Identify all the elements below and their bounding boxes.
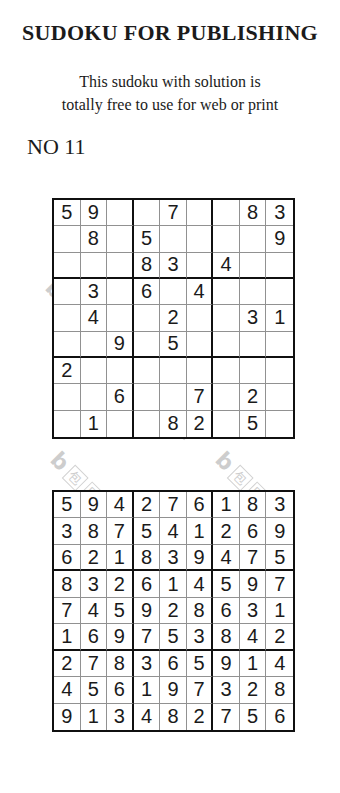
solution-cell-r4c1: 8 <box>54 571 81 597</box>
solution-cell-r8c2: 5 <box>81 677 108 703</box>
solution-cell-r3c3: 1 <box>107 545 134 571</box>
solution-cell-r8c6: 7 <box>187 677 214 703</box>
sudoku-page: SUDOKU FOR PUBLISHING This sudoku with s… <box>0 0 340 793</box>
puzzle-cell-r5c5: 2 <box>160 305 187 331</box>
puzzle-cell-r1c6 <box>187 200 214 226</box>
solution-cell-r6c1: 1 <box>54 624 81 650</box>
solution-cell-r1c1: 5 <box>54 492 81 518</box>
puzzle-cell-r3c2 <box>81 253 108 279</box>
puzzle-cell-r6c7 <box>213 332 240 358</box>
solution-cell-r2c2: 8 <box>81 518 108 544</box>
puzzle-cell-r8c7 <box>213 384 240 410</box>
solution-cell-r4c4: 6 <box>134 571 161 597</box>
solution-cell-r4c7: 5 <box>213 571 240 597</box>
puzzle-cell-r9c7 <box>213 411 240 437</box>
solution-cell-r3c1: 6 <box>54 545 81 571</box>
puzzle-cell-r1c7 <box>213 200 240 226</box>
puzzle-cell-r8c1 <box>54 384 81 410</box>
puzzle-cell-r5c6 <box>187 305 214 331</box>
solution-cell-r5c6: 8 <box>187 598 214 624</box>
puzzle-cell-r9c4 <box>134 411 161 437</box>
puzzle-cell-r1c4 <box>134 200 161 226</box>
solution-cell-r9c8: 5 <box>240 704 267 730</box>
puzzle-cell-r6c9 <box>266 332 293 358</box>
puzzle-cell-r6c5: 5 <box>160 332 187 358</box>
puzzle-cell-r9c1 <box>54 411 81 437</box>
puzzle-cell-r7c3 <box>107 358 134 384</box>
solution-cell-r6c5: 5 <box>160 624 187 650</box>
puzzle-cell-r2c3 <box>107 226 134 252</box>
solution-cell-r9c7: 7 <box>213 704 240 730</box>
puzzle-cell-r4c6: 4 <box>187 279 214 305</box>
solution-cell-r6c4: 7 <box>134 624 161 650</box>
solution-cell-r2c3: 7 <box>107 518 134 544</box>
puzzle-cell-r3c1 <box>54 253 81 279</box>
solution-cell-r7c5: 6 <box>160 651 187 677</box>
puzzle-cell-r2c8 <box>240 226 267 252</box>
solution-cell-r8c5: 9 <box>160 677 187 703</box>
subtitle-line-1: This sudoku with solution is <box>79 73 260 90</box>
puzzle-cell-r4c2: 3 <box>81 279 108 305</box>
puzzle-cell-r8c8: 2 <box>240 384 267 410</box>
solution-cell-r7c7: 9 <box>213 651 240 677</box>
solution-cell-r1c8: 8 <box>240 492 267 518</box>
puzzle-cell-r5c9: 1 <box>266 305 293 331</box>
puzzle-cell-r6c1 <box>54 332 81 358</box>
solution-cell-r3c7: 4 <box>213 545 240 571</box>
puzzle-number: NO 11 <box>27 134 85 160</box>
puzzle-cell-r3c9 <box>266 253 293 279</box>
puzzle-cell-r4c5 <box>160 279 187 305</box>
puzzle-cell-r1c1: 5 <box>54 200 81 226</box>
solution-cell-r3c9: 5 <box>266 545 293 571</box>
puzzle-cell-r5c7 <box>213 305 240 331</box>
watermark-logo-icon: b <box>211 448 238 475</box>
solution-cell-r7c8: 1 <box>240 651 267 677</box>
solution-cell-r2c1: 3 <box>54 518 81 544</box>
puzzle-cell-r5c3 <box>107 305 134 331</box>
puzzle-cell-r1c3 <box>107 200 134 226</box>
solution-cell-r5c7: 6 <box>213 598 240 624</box>
solution-cell-r8c7: 3 <box>213 677 240 703</box>
solution-cell-r8c4: 1 <box>134 677 161 703</box>
solution-cell-r5c5: 2 <box>160 598 187 624</box>
solution-cell-r4c8: 9 <box>240 571 267 597</box>
solution-cell-r1c3: 4 <box>107 492 134 518</box>
puzzle-cell-r3c3 <box>107 253 134 279</box>
solution-cell-r7c2: 7 <box>81 651 108 677</box>
puzzle-cell-r3c7: 4 <box>213 253 240 279</box>
solution-cell-r3c5: 3 <box>160 545 187 571</box>
solution-cell-r7c6: 5 <box>187 651 214 677</box>
solution-cell-r8c3: 6 <box>107 677 134 703</box>
puzzle-cell-r2c7 <box>213 226 240 252</box>
subtitle-line-2: totally free to use for web or print <box>62 96 278 113</box>
puzzle-cell-r4c1 <box>54 279 81 305</box>
solution-cell-r5c4: 9 <box>134 598 161 624</box>
puzzle-cell-r7c8 <box>240 358 267 384</box>
solution-cell-r6c6: 3 <box>187 624 214 650</box>
solution-cell-r5c1: 7 <box>54 598 81 624</box>
watermark-character: 包 <box>62 464 89 491</box>
solution-cell-r2c9: 9 <box>266 518 293 544</box>
puzzle-cell-r7c2 <box>81 358 108 384</box>
solution-cell-r1c7: 1 <box>213 492 240 518</box>
solution-cell-r2c4: 5 <box>134 518 161 544</box>
puzzle-cell-r7c4 <box>134 358 161 384</box>
solution-cell-r6c9: 2 <box>266 624 293 650</box>
solution-cell-r9c1: 9 <box>54 704 81 730</box>
puzzle-grid: 5978385983436442319526721825 <box>52 198 295 439</box>
puzzle-cell-r5c4 <box>134 305 161 331</box>
puzzle-cell-r7c1: 2 <box>54 358 81 384</box>
solution-cell-r6c2: 6 <box>81 624 108 650</box>
solution-cell-r6c3: 9 <box>107 624 134 650</box>
solution-grid: 5942761833875412696218394758326145977459… <box>52 490 295 732</box>
puzzle-cell-r1c8: 8 <box>240 200 267 226</box>
puzzle-cell-r4c8 <box>240 279 267 305</box>
puzzle-cell-r3c5: 3 <box>160 253 187 279</box>
solution-cell-r7c1: 2 <box>54 651 81 677</box>
solution-cell-r5c3: 5 <box>107 598 134 624</box>
puzzle-cell-r9c6: 2 <box>187 411 214 437</box>
puzzle-cell-r3c6 <box>187 253 214 279</box>
solution-cell-r7c4: 3 <box>134 651 161 677</box>
solution-cell-r6c8: 4 <box>240 624 267 650</box>
puzzle-cell-r5c8: 3 <box>240 305 267 331</box>
puzzle-cell-r9c5: 8 <box>160 411 187 437</box>
puzzle-cell-r7c6 <box>187 358 214 384</box>
puzzle-cell-r1c9: 3 <box>266 200 293 226</box>
puzzle-cell-r2c9: 9 <box>266 226 293 252</box>
solution-cell-r8c8: 2 <box>240 677 267 703</box>
puzzle-cell-r9c9 <box>266 411 293 437</box>
solution-cell-r8c1: 4 <box>54 677 81 703</box>
solution-cell-r7c3: 8 <box>107 651 134 677</box>
solution-cell-r5c8: 3 <box>240 598 267 624</box>
solution-cell-r5c2: 4 <box>81 598 108 624</box>
puzzle-cell-r3c8 <box>240 253 267 279</box>
solution-cell-r9c6: 2 <box>187 704 214 730</box>
puzzle-cell-r8c4 <box>134 384 161 410</box>
solution-cell-r9c4: 4 <box>134 704 161 730</box>
puzzle-cell-r1c5: 7 <box>160 200 187 226</box>
solution-cell-r9c3: 3 <box>107 704 134 730</box>
solution-cell-r4c6: 4 <box>187 571 214 597</box>
solution-cell-r5c9: 1 <box>266 598 293 624</box>
puzzle-cell-r3c4: 8 <box>134 253 161 279</box>
page-title: SUDOKU FOR PUBLISHING <box>0 20 340 46</box>
solution-cell-r8c9: 8 <box>266 677 293 703</box>
puzzle-cell-r8c9 <box>266 384 293 410</box>
solution-cell-r4c3: 2 <box>107 571 134 597</box>
puzzle-cell-r8c6: 7 <box>187 384 214 410</box>
subtitle: This sudoku with solution is totally fre… <box>0 70 340 116</box>
puzzle-cell-r7c9 <box>266 358 293 384</box>
solution-cell-r3c6: 9 <box>187 545 214 571</box>
puzzle-cell-r1c2: 9 <box>81 200 108 226</box>
solution-cell-r4c5: 1 <box>160 571 187 597</box>
puzzle-cell-r4c3 <box>107 279 134 305</box>
puzzle-cell-r5c2: 4 <box>81 305 108 331</box>
solution-cell-r9c5: 8 <box>160 704 187 730</box>
puzzle-cell-r9c3 <box>107 411 134 437</box>
solution-cell-r9c2: 1 <box>81 704 108 730</box>
solution-cell-r1c2: 9 <box>81 492 108 518</box>
puzzle-cell-r9c8: 5 <box>240 411 267 437</box>
watermark-logo-icon: b <box>46 448 73 475</box>
puzzle-cell-r2c4: 5 <box>134 226 161 252</box>
puzzle-cell-r4c9 <box>266 279 293 305</box>
puzzle-cell-r7c5 <box>160 358 187 384</box>
solution-cell-r3c8: 7 <box>240 545 267 571</box>
solution-cell-r2c6: 1 <box>187 518 214 544</box>
puzzle-cell-r2c6 <box>187 226 214 252</box>
solution-cell-r7c9: 4 <box>266 651 293 677</box>
puzzle-cell-r2c2: 8 <box>81 226 108 252</box>
puzzle-cell-r2c5 <box>160 226 187 252</box>
puzzle-cell-r8c3: 6 <box>107 384 134 410</box>
puzzle-cell-r4c7 <box>213 279 240 305</box>
puzzle-cell-r9c2: 1 <box>81 411 108 437</box>
solution-cell-r4c9: 7 <box>266 571 293 597</box>
solution-cell-r1c5: 7 <box>160 492 187 518</box>
solution-cell-r9c9: 6 <box>266 704 293 730</box>
puzzle-cell-r6c4 <box>134 332 161 358</box>
watermark-character: 包 <box>227 464 254 491</box>
solution-cell-r3c2: 2 <box>81 545 108 571</box>
solution-cell-r3c4: 8 <box>134 545 161 571</box>
solution-cell-r1c6: 6 <box>187 492 214 518</box>
solution-cell-r2c7: 2 <box>213 518 240 544</box>
puzzle-cell-r6c3: 9 <box>107 332 134 358</box>
solution-cell-r6c7: 8 <box>213 624 240 650</box>
solution-cell-r2c8: 6 <box>240 518 267 544</box>
solution-cell-r1c9: 3 <box>266 492 293 518</box>
puzzle-cell-r8c5 <box>160 384 187 410</box>
puzzle-cell-r8c2 <box>81 384 108 410</box>
puzzle-cell-r7c7 <box>213 358 240 384</box>
puzzle-cell-r5c1 <box>54 305 81 331</box>
puzzle-cell-r6c2 <box>81 332 108 358</box>
solution-cell-r1c4: 2 <box>134 492 161 518</box>
puzzle-cell-r4c4: 6 <box>134 279 161 305</box>
puzzle-cell-r2c1 <box>54 226 81 252</box>
puzzle-cell-r6c6 <box>187 332 214 358</box>
puzzle-cell-r6c8 <box>240 332 267 358</box>
solution-cell-r2c5: 4 <box>160 518 187 544</box>
solution-cell-r4c2: 3 <box>81 571 108 597</box>
